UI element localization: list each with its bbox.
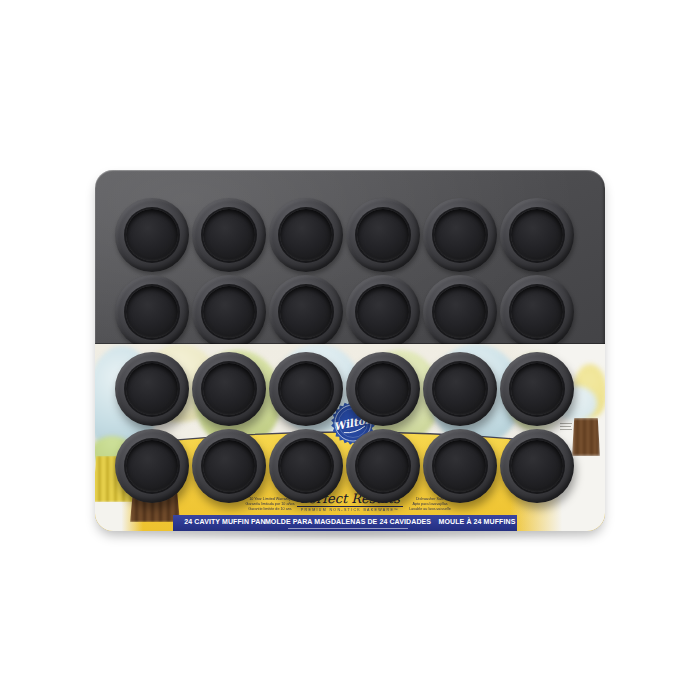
cavity-well (357, 440, 409, 492)
banner-fine-print-line (288, 528, 408, 530)
cavity-well (511, 286, 563, 338)
muffin-cavity (500, 198, 574, 272)
muffin-cavity (423, 198, 497, 272)
cavity-well (434, 440, 486, 492)
warranty-note-line: Garantie limitée de 10 ans (230, 507, 311, 512)
product-name-banner: 24 CAVITY MUFFIN PAN MOLDE PARA MAGDALEN… (173, 515, 517, 531)
cavity-well (203, 286, 255, 338)
cavity-well (126, 286, 178, 338)
muffin-cavity (115, 275, 189, 349)
muffin-cavity (500, 429, 574, 503)
cavity-grid-rows-1-2 (113, 196, 575, 350)
muffin-cavity (269, 198, 343, 272)
product-name-en: 24 CAVITY MUFFIN PAN (184, 518, 265, 525)
product-name-fr: MOULE À 24 MUFFINS (439, 518, 516, 525)
muffin-cavity (192, 429, 266, 503)
muffin-cavity (192, 275, 266, 349)
cavity-well (357, 363, 409, 415)
dishwasher-note-line: Lavable au lave-vaisselle (390, 507, 471, 512)
muffin-cavity (500, 275, 574, 349)
cavity-well (203, 363, 255, 415)
product-photo-stage: Wilton Perfect Results PREMIUM NON-STICK… (0, 0, 700, 700)
muffin-cavity (269, 352, 343, 426)
cavity-well (203, 209, 255, 261)
muffin-cavity (115, 352, 189, 426)
muffin-cavity (192, 352, 266, 426)
cavity-well (280, 209, 332, 261)
muffin-cavity (346, 352, 420, 426)
muffin-cavity (500, 352, 574, 426)
muffin-cavity (269, 275, 343, 349)
cavity-well (280, 286, 332, 338)
cavity-well (511, 440, 563, 492)
cavity-well (126, 363, 178, 415)
product-name-es: MOLDE PARA MAGDALENAS DE 24 CAVIDADES (265, 518, 431, 525)
muffin-cavity (115, 429, 189, 503)
muffin-cavity (346, 429, 420, 503)
muffin-cavity (115, 198, 189, 272)
cavity-well (357, 209, 409, 261)
cavity-well (203, 440, 255, 492)
muffin-cavity (269, 429, 343, 503)
cavity-well (434, 209, 486, 261)
cavity-grid-rows-3-4 (113, 350, 575, 504)
cavity-well (511, 209, 563, 261)
muffin-pan: Wilton Perfect Results PREMIUM NON-STICK… (95, 170, 605, 531)
cavity-well (434, 363, 486, 415)
cavity-well (280, 363, 332, 415)
muffin-cavity (423, 429, 497, 503)
cavity-well (511, 363, 563, 415)
muffin-cavity (423, 275, 497, 349)
cavity-well (357, 286, 409, 338)
muffin-cavity (346, 275, 420, 349)
cavity-well (280, 440, 332, 492)
cavity-well (126, 209, 178, 261)
muffin-cavity (346, 198, 420, 272)
cavity-well (434, 286, 486, 338)
muffin-cavity (192, 198, 266, 272)
cupcake-photo-chocolate-liner (572, 418, 600, 456)
muffin-cavity (423, 352, 497, 426)
cavity-well (126, 440, 178, 492)
